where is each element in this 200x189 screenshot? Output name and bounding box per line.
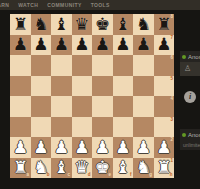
square-b3[interactable] bbox=[31, 117, 52, 138]
coord-file-e: e bbox=[108, 173, 111, 178]
square-b4[interactable] bbox=[31, 96, 52, 117]
square-d1[interactable]: ♛d bbox=[72, 158, 93, 179]
piece-white-knight[interactable]: ♞ bbox=[136, 159, 151, 176]
square-g6[interactable] bbox=[133, 55, 154, 76]
piece-black-pawn[interactable]: ♟ bbox=[95, 36, 110, 53]
square-b8[interactable]: ♞ bbox=[31, 14, 52, 35]
square-f5[interactable] bbox=[113, 76, 134, 97]
square-d6[interactable] bbox=[72, 55, 93, 76]
player-top-name: Anonymous bbox=[188, 54, 200, 60]
menu-item-community[interactable]: COMMUNITY bbox=[47, 2, 81, 8]
square-e6[interactable] bbox=[92, 55, 113, 76]
piece-white-queen[interactable]: ♛ bbox=[74, 159, 89, 176]
square-b7[interactable]: ♟ bbox=[31, 35, 52, 56]
square-f8[interactable]: ♝ bbox=[113, 14, 134, 35]
square-e8[interactable]: ♚ bbox=[92, 14, 113, 35]
piece-black-pawn[interactable]: ♟ bbox=[13, 36, 28, 53]
square-b5[interactable] bbox=[31, 76, 52, 97]
info-button[interactable]: i bbox=[184, 91, 196, 103]
player-bottom-row[interactable]: Anonymous bbox=[180, 129, 200, 140]
square-f2[interactable]: ♟ bbox=[113, 137, 134, 158]
square-c4[interactable] bbox=[51, 96, 72, 117]
square-d8[interactable]: ♛ bbox=[72, 14, 93, 35]
square-c5[interactable] bbox=[51, 76, 72, 97]
player-bottom-name: Anonymous bbox=[188, 132, 200, 138]
piece-black-pawn[interactable]: ♟ bbox=[156, 36, 171, 53]
coord-file-h: h bbox=[170, 173, 173, 178]
square-e4[interactable] bbox=[92, 96, 113, 117]
piece-white-pawn[interactable]: ♟ bbox=[156, 139, 171, 156]
square-a2[interactable]: ♟ bbox=[10, 137, 31, 158]
square-c3[interactable] bbox=[51, 117, 72, 138]
piece-black-pawn[interactable]: ♟ bbox=[115, 36, 130, 53]
menu-item-watch[interactable]: WATCH bbox=[18, 2, 38, 8]
coord-file-b: b bbox=[47, 173, 50, 178]
square-a1[interactable]: ♜a bbox=[10, 158, 31, 179]
coord-file-f: f bbox=[130, 173, 132, 178]
player-bottom-subtext-row: unlimited bbox=[180, 140, 200, 150]
square-b2[interactable]: ♟ bbox=[31, 137, 52, 158]
square-g2[interactable]: ♟ bbox=[133, 137, 154, 158]
square-a4[interactable] bbox=[10, 96, 31, 117]
side-toolbar[interactable]: ♙ bbox=[180, 62, 200, 76]
piece-black-knight[interactable]: ♞ bbox=[33, 16, 48, 33]
info-icon: i bbox=[189, 93, 191, 101]
square-g8[interactable]: ♞ bbox=[133, 14, 154, 35]
piece-white-rook[interactable]: ♜ bbox=[13, 159, 28, 176]
coord-rank-2: 2 bbox=[170, 138, 173, 143]
pawn-icon: ♙ bbox=[184, 65, 191, 73]
square-g3[interactable] bbox=[133, 117, 154, 138]
piece-black-knight[interactable]: ♞ bbox=[136, 16, 151, 33]
coord-rank-1: 1 bbox=[170, 159, 173, 164]
coord-rank-5: 5 bbox=[170, 77, 173, 82]
piece-white-bishop[interactable]: ♝ bbox=[115, 159, 130, 176]
coord-rank-8: 8 bbox=[170, 15, 173, 20]
square-g5[interactable] bbox=[133, 76, 154, 97]
square-f7[interactable]: ♟ bbox=[113, 35, 134, 56]
square-c2[interactable]: ♟ bbox=[51, 137, 72, 158]
piece-white-pawn[interactable]: ♟ bbox=[13, 139, 28, 156]
piece-black-pawn[interactable]: ♟ bbox=[74, 36, 89, 53]
online-indicator-icon bbox=[182, 133, 186, 137]
square-h8[interactable]: ♜8 bbox=[154, 14, 175, 35]
square-a6[interactable] bbox=[10, 55, 31, 76]
chess-board[interactable]: ♜♞♝♛♚♝♞♜8♟♟♟♟♟♟♟♟76543♟♟♟♟♟♟♟♟2♜a♞b♝c♛d♚… bbox=[10, 14, 174, 178]
piece-black-queen[interactable]: ♛ bbox=[74, 16, 89, 33]
piece-black-rook[interactable]: ♜ bbox=[13, 16, 28, 33]
square-e2[interactable]: ♟ bbox=[92, 137, 113, 158]
square-d5[interactable] bbox=[72, 76, 93, 97]
piece-white-rook[interactable]: ♜ bbox=[156, 159, 171, 176]
coord-rank-3: 3 bbox=[170, 118, 173, 123]
square-e7[interactable]: ♟ bbox=[92, 35, 113, 56]
square-c1[interactable]: ♝c bbox=[51, 158, 72, 179]
coord-rank-6: 6 bbox=[170, 56, 173, 61]
square-d2[interactable]: ♟ bbox=[72, 137, 93, 158]
piece-white-bishop[interactable]: ♝ bbox=[54, 159, 69, 176]
square-e5[interactable] bbox=[92, 76, 113, 97]
square-a8[interactable]: ♜ bbox=[10, 14, 31, 35]
square-f3[interactable] bbox=[113, 117, 134, 138]
piece-black-bishop[interactable]: ♝ bbox=[54, 16, 69, 33]
square-g7[interactable]: ♟ bbox=[133, 35, 154, 56]
square-e1[interactable]: ♚e bbox=[92, 158, 113, 179]
square-a7[interactable]: ♟ bbox=[10, 35, 31, 56]
piece-black-rook[interactable]: ♜ bbox=[156, 16, 171, 33]
square-h6[interactable]: 6 bbox=[154, 55, 175, 76]
coord-file-g: g bbox=[149, 173, 152, 178]
piece-white-pawn[interactable]: ♟ bbox=[74, 139, 89, 156]
square-d3[interactable] bbox=[72, 117, 93, 138]
piece-white-king[interactable]: ♚ bbox=[95, 159, 110, 176]
menu-row: LEARN WATCH COMMUNITY TOOLS bbox=[0, 2, 119, 8]
menu-item-tools[interactable]: TOOLS bbox=[91, 2, 110, 8]
square-a3[interactable] bbox=[10, 117, 31, 138]
piece-white-knight[interactable]: ♞ bbox=[33, 159, 48, 176]
piece-black-pawn[interactable]: ♟ bbox=[136, 36, 151, 53]
square-h3[interactable]: 3 bbox=[154, 117, 175, 138]
square-f1[interactable]: ♝f bbox=[113, 158, 134, 179]
square-h7[interactable]: ♟7 bbox=[154, 35, 175, 56]
square-h4[interactable]: 4 bbox=[154, 96, 175, 117]
square-c7[interactable]: ♟ bbox=[51, 35, 72, 56]
piece-black-king[interactable]: ♚ bbox=[95, 16, 110, 33]
square-h2[interactable]: ♟2 bbox=[154, 137, 175, 158]
piece-black-bishop[interactable]: ♝ bbox=[115, 16, 130, 33]
piece-black-pawn[interactable]: ♟ bbox=[33, 36, 48, 53]
square-g1[interactable]: ♞g bbox=[133, 158, 154, 179]
square-f6[interactable] bbox=[113, 55, 134, 76]
menu-item-learn[interactable]: LEARN bbox=[0, 2, 9, 8]
square-h5[interactable]: 5 bbox=[154, 76, 175, 97]
square-c6[interactable] bbox=[51, 55, 72, 76]
online-indicator-icon bbox=[182, 55, 186, 59]
piece-white-pawn[interactable]: ♟ bbox=[136, 139, 151, 156]
coord-rank-4: 4 bbox=[170, 97, 173, 102]
piece-black-pawn[interactable]: ♟ bbox=[54, 36, 69, 53]
square-c8[interactable]: ♝ bbox=[51, 14, 72, 35]
piece-white-pawn[interactable]: ♟ bbox=[54, 139, 69, 156]
top-menu-bar: LEARN WATCH COMMUNITY TOOLS bbox=[0, 0, 200, 10]
square-e3[interactable] bbox=[92, 117, 113, 138]
coord-file-a: a bbox=[26, 173, 29, 178]
square-d4[interactable] bbox=[72, 96, 93, 117]
coord-rank-7: 7 bbox=[170, 36, 173, 41]
square-h1[interactable]: ♜1h bbox=[154, 158, 175, 179]
square-b1[interactable]: ♞b bbox=[31, 158, 52, 179]
piece-white-pawn[interactable]: ♟ bbox=[115, 139, 130, 156]
square-d7[interactable]: ♟ bbox=[72, 35, 93, 56]
square-g4[interactable] bbox=[133, 96, 154, 117]
square-b6[interactable] bbox=[31, 55, 52, 76]
square-a5[interactable] bbox=[10, 76, 31, 97]
piece-white-pawn[interactable]: ♟ bbox=[33, 139, 48, 156]
player-bottom-subtext: unlimited bbox=[183, 142, 200, 148]
player-top-row[interactable]: Anonymous bbox=[180, 51, 200, 62]
piece-white-pawn[interactable]: ♟ bbox=[95, 139, 110, 156]
coord-file-d: d bbox=[88, 173, 91, 178]
square-f4[interactable] bbox=[113, 96, 134, 117]
coord-file-c: c bbox=[67, 173, 70, 178]
